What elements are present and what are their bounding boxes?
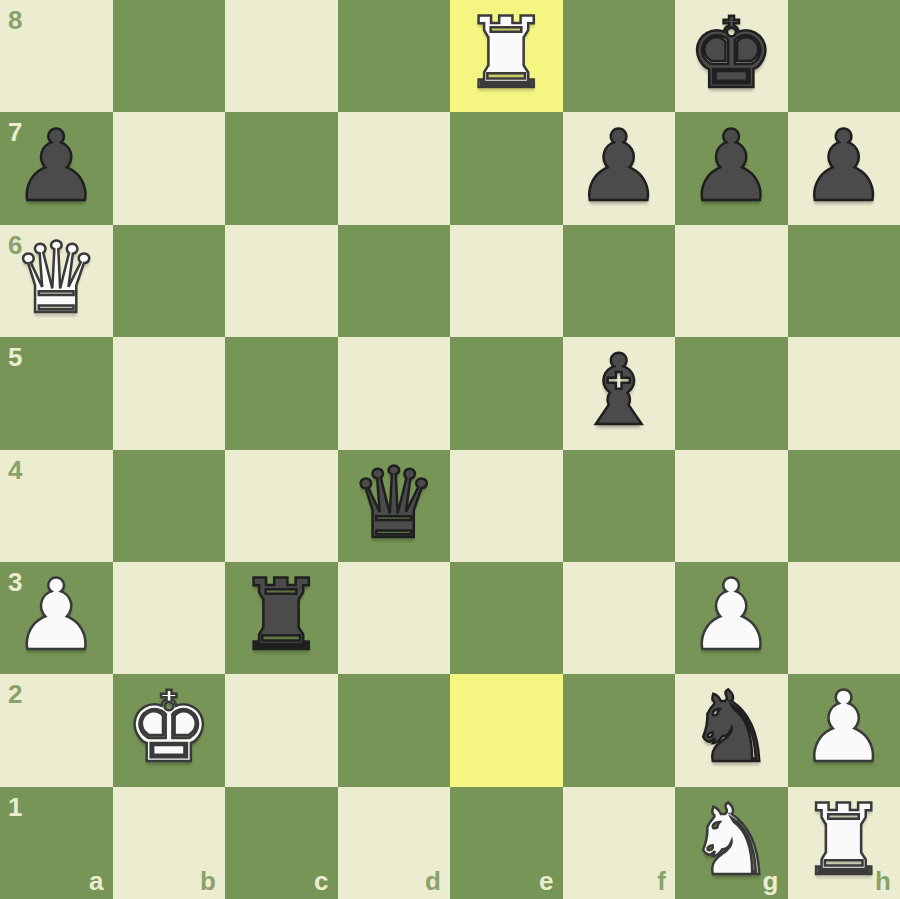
- square-g3[interactable]: ♟: [675, 562, 788, 674]
- square-a4[interactable]: 4: [0, 450, 113, 562]
- square-a6[interactable]: 6♛: [0, 225, 113, 337]
- square-e4[interactable]: [450, 450, 563, 562]
- square-f5[interactable]: ♝: [563, 337, 676, 449]
- square-d5[interactable]: [338, 337, 451, 449]
- square-b6[interactable]: [113, 225, 226, 337]
- square-g5[interactable]: [675, 337, 788, 449]
- square-b3[interactable]: [113, 562, 226, 674]
- square-e7[interactable]: [450, 112, 563, 224]
- square-h3[interactable]: [788, 562, 900, 674]
- square-c5[interactable]: [225, 337, 338, 449]
- piece-white-pawn-h2[interactable]: ♟: [788, 674, 900, 786]
- square-d7[interactable]: [338, 112, 451, 224]
- piece-white-pawn-a3[interactable]: ♟: [0, 562, 113, 674]
- square-c4[interactable]: [225, 450, 338, 562]
- square-g1[interactable]: g♞: [675, 787, 788, 899]
- square-f1[interactable]: f: [563, 787, 676, 899]
- file-label-f: f: [657, 868, 666, 894]
- square-d3[interactable]: [338, 562, 451, 674]
- square-g4[interactable]: [675, 450, 788, 562]
- chess-board: 8♜♚7♟♟♟♟6♛5♝4♛3♟♜♟2♚♞♟1abcdefg♞h♜: [0, 0, 900, 899]
- square-c2[interactable]: [225, 674, 338, 786]
- square-e5[interactable]: [450, 337, 563, 449]
- square-h5[interactable]: [788, 337, 900, 449]
- square-d6[interactable]: [338, 225, 451, 337]
- file-label-b: b: [200, 868, 216, 894]
- piece-white-rook-h1[interactable]: ♜: [788, 787, 900, 899]
- piece-white-queen-a6[interactable]: ♛: [0, 225, 113, 337]
- square-e8[interactable]: ♜: [450, 0, 563, 112]
- piece-black-rook-c3[interactable]: ♜: [225, 562, 338, 674]
- square-h8[interactable]: [788, 0, 900, 112]
- square-f8[interactable]: [563, 0, 676, 112]
- square-g7[interactable]: ♟: [675, 112, 788, 224]
- square-c6[interactable]: [225, 225, 338, 337]
- square-g8[interactable]: ♚: [675, 0, 788, 112]
- square-a1[interactable]: 1a: [0, 787, 113, 899]
- square-g2[interactable]: ♞: [675, 674, 788, 786]
- rank-label-8: 8: [8, 7, 22, 33]
- square-a5[interactable]: 5: [0, 337, 113, 449]
- square-b2[interactable]: ♚: [113, 674, 226, 786]
- square-b7[interactable]: [113, 112, 226, 224]
- piece-black-bishop-f5[interactable]: ♝: [563, 337, 676, 449]
- square-e1[interactable]: e: [450, 787, 563, 899]
- square-f3[interactable]: [563, 562, 676, 674]
- square-a8[interactable]: 8: [0, 0, 113, 112]
- square-a3[interactable]: 3♟: [0, 562, 113, 674]
- square-h2[interactable]: ♟: [788, 674, 900, 786]
- piece-black-knight-g2[interactable]: ♞: [675, 674, 788, 786]
- piece-black-pawn-a7[interactable]: ♟: [0, 112, 113, 224]
- square-d2[interactable]: [338, 674, 451, 786]
- square-d8[interactable]: [338, 0, 451, 112]
- square-f6[interactable]: [563, 225, 676, 337]
- square-d4[interactable]: ♛: [338, 450, 451, 562]
- rank-label-4: 4: [8, 457, 22, 483]
- square-c8[interactable]: [225, 0, 338, 112]
- piece-black-pawn-g7[interactable]: ♟: [675, 112, 788, 224]
- square-a2[interactable]: 2: [0, 674, 113, 786]
- piece-white-knight-g1[interactable]: ♞: [675, 787, 788, 899]
- square-g6[interactable]: [675, 225, 788, 337]
- piece-black-pawn-h7[interactable]: ♟: [788, 112, 900, 224]
- square-b5[interactable]: [113, 337, 226, 449]
- square-f7[interactable]: ♟: [563, 112, 676, 224]
- file-label-d: d: [425, 868, 441, 894]
- square-e3[interactable]: [450, 562, 563, 674]
- square-f4[interactable]: [563, 450, 676, 562]
- square-e2[interactable]: [450, 674, 563, 786]
- piece-white-king-b2[interactable]: ♚: [113, 674, 226, 786]
- square-e6[interactable]: [450, 225, 563, 337]
- piece-black-king-g8[interactable]: ♚: [675, 0, 788, 112]
- piece-white-rook-e8[interactable]: ♜: [450, 0, 563, 112]
- square-a7[interactable]: 7♟: [0, 112, 113, 224]
- square-c7[interactable]: [225, 112, 338, 224]
- square-c3[interactable]: ♜: [225, 562, 338, 674]
- file-label-e: e: [539, 868, 553, 894]
- rank-label-2: 2: [8, 681, 22, 707]
- piece-white-pawn-g3[interactable]: ♟: [675, 562, 788, 674]
- piece-black-queen-d4[interactable]: ♛: [338, 450, 451, 562]
- file-label-c: c: [314, 868, 328, 894]
- square-b8[interactable]: [113, 0, 226, 112]
- square-f2[interactable]: [563, 674, 676, 786]
- square-h1[interactable]: h♜: [788, 787, 900, 899]
- square-h7[interactable]: ♟: [788, 112, 900, 224]
- rank-label-5: 5: [8, 344, 22, 370]
- square-h6[interactable]: [788, 225, 900, 337]
- file-label-a: a: [89, 868, 103, 894]
- square-d1[interactable]: d: [338, 787, 451, 899]
- square-b1[interactable]: b: [113, 787, 226, 899]
- square-c1[interactable]: c: [225, 787, 338, 899]
- rank-label-1: 1: [8, 794, 22, 820]
- square-h4[interactable]: [788, 450, 900, 562]
- square-b4[interactable]: [113, 450, 226, 562]
- piece-black-pawn-f7[interactable]: ♟: [563, 112, 676, 224]
